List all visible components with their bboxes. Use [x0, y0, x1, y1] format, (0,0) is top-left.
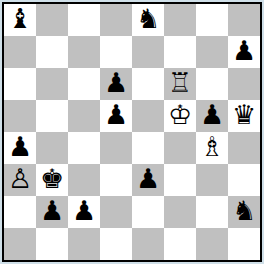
- black-bishop-piece: ♝: [8, 4, 32, 35]
- square-h8[interactable]: [228, 4, 260, 36]
- square-c3[interactable]: [68, 164, 100, 196]
- black-pawn-piece: ♟: [8, 132, 32, 163]
- square-d1[interactable]: [100, 228, 132, 260]
- square-d6[interactable]: ♟: [100, 68, 132, 100]
- square-g6[interactable]: [196, 68, 228, 100]
- square-g4[interactable]: ♗: [196, 132, 228, 164]
- white-pawn-piece: ♙: [8, 164, 32, 195]
- chess-diagram: ♝♞♟♟♖♟♔♟♛♟♗♙♚♟♟♟♞: [0, 0, 264, 264]
- square-b3[interactable]: ♚: [36, 164, 68, 196]
- square-f1[interactable]: [164, 228, 196, 260]
- square-b6[interactable]: [36, 68, 68, 100]
- square-h4[interactable]: [228, 132, 260, 164]
- square-f4[interactable]: [164, 132, 196, 164]
- square-g5[interactable]: ♟: [196, 100, 228, 132]
- square-h7[interactable]: ♟: [228, 36, 260, 68]
- square-c1[interactable]: [68, 228, 100, 260]
- black-knight-piece: ♞: [232, 196, 256, 227]
- white-king-piece: ♔: [168, 100, 192, 131]
- square-a5[interactable]: [4, 100, 36, 132]
- square-a1[interactable]: [4, 228, 36, 260]
- square-f8[interactable]: [164, 4, 196, 36]
- square-f3[interactable]: [164, 164, 196, 196]
- square-b2[interactable]: ♟: [36, 196, 68, 228]
- black-knight-piece: ♞: [136, 4, 160, 35]
- black-pawn-piece: ♟: [232, 36, 256, 67]
- square-c5[interactable]: [68, 100, 100, 132]
- square-h2[interactable]: ♞: [228, 196, 260, 228]
- square-a2[interactable]: [4, 196, 36, 228]
- black-king-piece: ♚: [40, 164, 64, 195]
- square-d7[interactable]: [100, 36, 132, 68]
- square-g2[interactable]: [196, 196, 228, 228]
- square-g3[interactable]: [196, 164, 228, 196]
- square-e1[interactable]: [132, 228, 164, 260]
- square-d3[interactable]: [100, 164, 132, 196]
- square-f5[interactable]: ♔: [164, 100, 196, 132]
- square-d4[interactable]: [100, 132, 132, 164]
- square-e4[interactable]: [132, 132, 164, 164]
- square-a8[interactable]: ♝: [4, 4, 36, 36]
- square-f7[interactable]: [164, 36, 196, 68]
- square-d5[interactable]: ♟: [100, 100, 132, 132]
- square-c8[interactable]: [68, 4, 100, 36]
- square-g7[interactable]: [196, 36, 228, 68]
- square-h5[interactable]: ♛: [228, 100, 260, 132]
- square-b8[interactable]: [36, 4, 68, 36]
- square-d8[interactable]: [100, 4, 132, 36]
- square-a6[interactable]: [4, 68, 36, 100]
- black-pawn-piece: ♟: [200, 100, 224, 131]
- square-f6[interactable]: ♖: [164, 68, 196, 100]
- square-b7[interactable]: [36, 36, 68, 68]
- square-e2[interactable]: [132, 196, 164, 228]
- board-frame: ♝♞♟♟♖♟♔♟♛♟♗♙♚♟♟♟♞: [2, 2, 262, 262]
- square-c7[interactable]: [68, 36, 100, 68]
- square-c2[interactable]: ♟: [68, 196, 100, 228]
- square-e6[interactable]: [132, 68, 164, 100]
- square-c6[interactable]: [68, 68, 100, 100]
- black-pawn-piece: ♟: [104, 68, 128, 99]
- black-pawn-piece: ♟: [40, 196, 64, 227]
- square-b4[interactable]: [36, 132, 68, 164]
- square-a7[interactable]: [4, 36, 36, 68]
- square-a4[interactable]: ♟: [4, 132, 36, 164]
- square-f2[interactable]: [164, 196, 196, 228]
- chess-board: ♝♞♟♟♖♟♔♟♛♟♗♙♚♟♟♟♞: [4, 4, 260, 260]
- square-a3[interactable]: ♙: [4, 164, 36, 196]
- square-b1[interactable]: [36, 228, 68, 260]
- white-rook-piece: ♖: [168, 68, 192, 99]
- black-queen-piece: ♛: [232, 100, 256, 131]
- square-c4[interactable]: [68, 132, 100, 164]
- square-e5[interactable]: [132, 100, 164, 132]
- square-g8[interactable]: [196, 4, 228, 36]
- square-e3[interactable]: ♟: [132, 164, 164, 196]
- square-g1[interactable]: [196, 228, 228, 260]
- white-bishop-piece: ♗: [200, 132, 224, 163]
- square-d2[interactable]: [100, 196, 132, 228]
- square-h3[interactable]: [228, 164, 260, 196]
- square-h1[interactable]: [228, 228, 260, 260]
- square-b5[interactable]: [36, 100, 68, 132]
- black-pawn-piece: ♟: [72, 196, 96, 227]
- square-e7[interactable]: [132, 36, 164, 68]
- square-e8[interactable]: ♞: [132, 4, 164, 36]
- square-h6[interactable]: [228, 68, 260, 100]
- black-pawn-piece: ♟: [136, 164, 160, 195]
- black-pawn-piece: ♟: [104, 100, 128, 131]
